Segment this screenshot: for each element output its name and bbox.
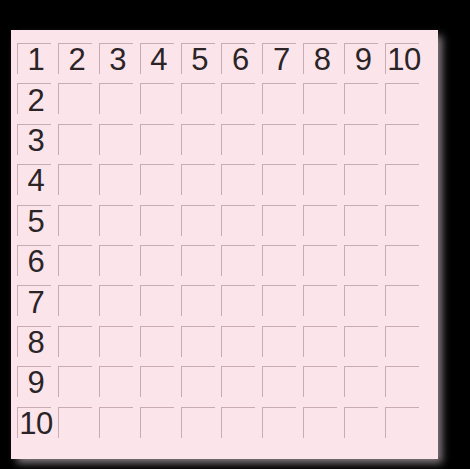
cell-r6c10[interactable] <box>385 245 426 285</box>
cell-r8c2[interactable] <box>58 326 99 366</box>
cell-r4c6[interactable] <box>221 164 262 204</box>
cell-r6c2[interactable] <box>58 245 99 285</box>
cell-r9c4[interactable] <box>140 366 181 406</box>
cell-r4c7[interactable] <box>262 164 303 204</box>
cell-r6c1: 6 <box>17 245 58 285</box>
cell-r7c6[interactable] <box>221 285 262 325</box>
cell-r9c7[interactable] <box>262 366 303 406</box>
cell-r2c7[interactable] <box>262 83 303 123</box>
cell-r6c3[interactable] <box>99 245 140 285</box>
cell-r6c8[interactable] <box>303 245 344 285</box>
page-background: { "game": "multiplication-chart-practice… <box>0 0 470 469</box>
cell-r7c2[interactable] <box>58 285 99 325</box>
cell-r9c1: 9 <box>17 366 58 406</box>
cell-r8c8[interactable] <box>303 326 344 366</box>
cell-r4c10[interactable] <box>385 164 426 204</box>
cell-r10c5[interactable] <box>181 407 222 447</box>
cell-r9c8[interactable] <box>303 366 344 406</box>
cell-r7c8[interactable] <box>303 285 344 325</box>
cell-r1c10: 10 <box>385 43 426 83</box>
cell-r5c6[interactable] <box>221 205 262 245</box>
cell-r8c1: 8 <box>17 326 58 366</box>
cell-r3c1: 3 <box>17 124 58 164</box>
cell-r9c10[interactable] <box>385 366 426 406</box>
cell-r9c9[interactable] <box>344 366 385 406</box>
cell-r7c7[interactable] <box>262 285 303 325</box>
cell-r7c10[interactable] <box>385 285 426 325</box>
cell-r2c6[interactable] <box>221 83 262 123</box>
cell-r9c5[interactable] <box>181 366 222 406</box>
multiplication-board: 123456789102345678910 <box>11 30 438 459</box>
cell-r7c1: 7 <box>17 285 58 325</box>
cell-r4c3[interactable] <box>99 164 140 204</box>
cell-r4c9[interactable] <box>344 164 385 204</box>
cell-r5c8[interactable] <box>303 205 344 245</box>
cell-r5c3[interactable] <box>99 205 140 245</box>
cell-r5c1: 5 <box>17 205 58 245</box>
cell-r1c4: 4 <box>140 43 181 83</box>
cell-r10c2[interactable] <box>58 407 99 447</box>
cell-r3c8[interactable] <box>303 124 344 164</box>
cell-r10c4[interactable] <box>140 407 181 447</box>
cell-r3c6[interactable] <box>221 124 262 164</box>
cell-r9c3[interactable] <box>99 366 140 406</box>
cell-r4c2[interactable] <box>58 164 99 204</box>
cell-r1c7: 7 <box>262 43 303 83</box>
cell-r9c6[interactable] <box>221 366 262 406</box>
cell-r8c9[interactable] <box>344 326 385 366</box>
cell-r2c4[interactable] <box>140 83 181 123</box>
cell-r10c7[interactable] <box>262 407 303 447</box>
cell-r1c3: 3 <box>99 43 140 83</box>
cell-r8c5[interactable] <box>181 326 222 366</box>
cell-r2c5[interactable] <box>181 83 222 123</box>
cell-r5c5[interactable] <box>181 205 222 245</box>
cell-r6c6[interactable] <box>221 245 262 285</box>
cell-r8c3[interactable] <box>99 326 140 366</box>
cell-r2c9[interactable] <box>344 83 385 123</box>
cell-r3c4[interactable] <box>140 124 181 164</box>
cell-r9c2[interactable] <box>58 366 99 406</box>
cell-r10c6[interactable] <box>221 407 262 447</box>
cell-r1c9: 9 <box>344 43 385 83</box>
cell-r3c10[interactable] <box>385 124 426 164</box>
cell-r6c9[interactable] <box>344 245 385 285</box>
cell-r3c5[interactable] <box>181 124 222 164</box>
cell-r1c5: 5 <box>181 43 222 83</box>
cell-r4c5[interactable] <box>181 164 222 204</box>
cell-r7c5[interactable] <box>181 285 222 325</box>
cell-r10c8[interactable] <box>303 407 344 447</box>
cell-r2c8[interactable] <box>303 83 344 123</box>
cell-r8c10[interactable] <box>385 326 426 366</box>
cell-r5c4[interactable] <box>140 205 181 245</box>
cell-r5c10[interactable] <box>385 205 426 245</box>
cell-r1c2: 2 <box>58 43 99 83</box>
cell-r7c3[interactable] <box>99 285 140 325</box>
cell-r10c9[interactable] <box>344 407 385 447</box>
cell-r3c9[interactable] <box>344 124 385 164</box>
cell-r2c1: 2 <box>17 83 58 123</box>
cell-r2c2[interactable] <box>58 83 99 123</box>
cell-r1c6: 6 <box>221 43 262 83</box>
cell-r5c9[interactable] <box>344 205 385 245</box>
cell-r2c3[interactable] <box>99 83 140 123</box>
cell-r10c3[interactable] <box>99 407 140 447</box>
cell-r4c4[interactable] <box>140 164 181 204</box>
cell-r6c5[interactable] <box>181 245 222 285</box>
cell-r4c8[interactable] <box>303 164 344 204</box>
cell-r7c9[interactable] <box>344 285 385 325</box>
cell-r8c7[interactable] <box>262 326 303 366</box>
cell-r2c10[interactable] <box>385 83 426 123</box>
cell-r1c1: 1 <box>17 43 58 83</box>
cell-r3c2[interactable] <box>58 124 99 164</box>
cell-r7c4[interactable] <box>140 285 181 325</box>
cell-r5c2[interactable] <box>58 205 99 245</box>
cell-r8c4[interactable] <box>140 326 181 366</box>
cell-r10c1: 10 <box>17 407 58 447</box>
cell-r3c3[interactable] <box>99 124 140 164</box>
cell-r6c4[interactable] <box>140 245 181 285</box>
cell-r6c7[interactable] <box>262 245 303 285</box>
cell-r5c7[interactable] <box>262 205 303 245</box>
cell-r4c1: 4 <box>17 164 58 204</box>
cell-r10c10[interactable] <box>385 407 426 447</box>
cell-r1c8: 8 <box>303 43 344 83</box>
cell-r8c6[interactable] <box>221 326 262 366</box>
cell-r3c7[interactable] <box>262 124 303 164</box>
grid: 123456789102345678910 <box>17 43 426 447</box>
